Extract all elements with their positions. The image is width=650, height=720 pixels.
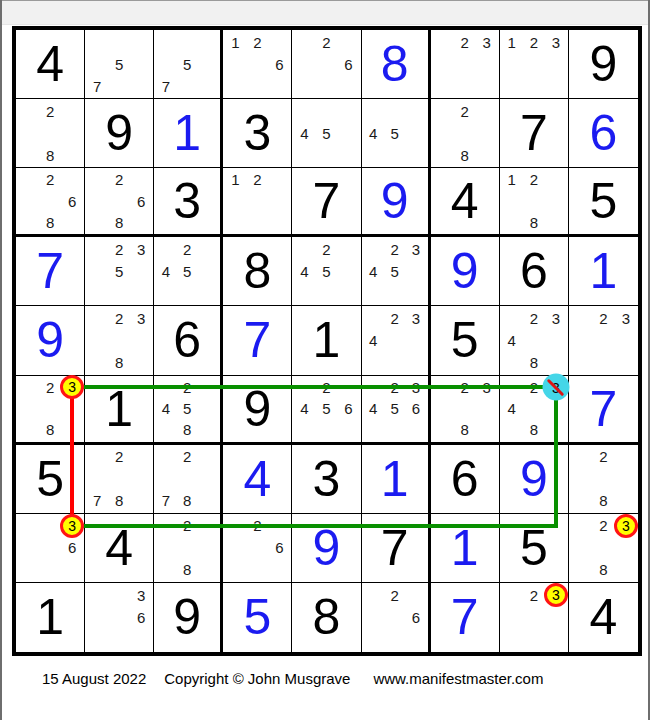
cell-r1c9[interactable]: 9: [569, 30, 638, 99]
pencil-marks: 12: [224, 169, 290, 233]
candidate-empty: [363, 307, 384, 329]
candidate-2: 2: [384, 238, 405, 260]
candidate-5: 5: [384, 122, 405, 144]
candidate-5: 5: [315, 398, 337, 419]
candidate-empty: [592, 329, 614, 351]
candidate-empty: [363, 419, 384, 440]
candidate-2: 2: [246, 515, 268, 537]
candidate-empty: [545, 169, 567, 190]
candidate-empty: [545, 75, 567, 97]
candidate-empty: [61, 559, 83, 581]
candidate-empty: [86, 584, 108, 606]
cell-r6c2[interactable]: 1: [85, 376, 154, 445]
candidate-empty: [61, 419, 83, 440]
cell-r7c8[interactable]: 9: [500, 445, 569, 514]
given-digit: 9: [173, 592, 201, 642]
candidate-2: 2: [246, 169, 268, 190]
cell-r5c7[interactable]: 5: [431, 306, 500, 375]
candidate-2: 2: [523, 31, 545, 53]
pencil-marks: 238: [86, 307, 152, 373]
candidate-2: 2: [523, 169, 545, 190]
pencil-marks: 57: [86, 31, 152, 97]
pencil-marks: 36: [17, 515, 83, 581]
candidate-empty: [108, 629, 130, 651]
candidate-empty: [130, 75, 152, 97]
candidate-6: 6: [130, 191, 152, 212]
candidate-empty: [363, 100, 384, 122]
candidate-empty: [476, 144, 498, 166]
cell-r4c4[interactable]: 8: [223, 237, 292, 306]
candidate-empty: [501, 191, 523, 212]
given-digit: 9: [590, 39, 618, 89]
candidate-empty: [224, 515, 246, 537]
candidate-empty: [405, 629, 426, 651]
cell-r9c5[interactable]: 8: [292, 583, 361, 652]
pencil-marks: 26: [363, 584, 427, 651]
candidate-empty: [246, 191, 268, 212]
cell-r9c1[interactable]: 1: [16, 583, 85, 652]
cell-r8c4[interactable]: 26: [223, 514, 292, 583]
candidate-5: 5: [315, 122, 337, 144]
cell-r5c2[interactable]: 238: [85, 306, 154, 375]
pencil-marks: 235: [86, 238, 152, 304]
cell-r7c5[interactable]: 3: [292, 445, 361, 514]
candidate-empty: [198, 419, 219, 440]
candidate-empty: [570, 559, 592, 581]
cell-r8c2[interactable]: 4: [85, 514, 154, 583]
cell-r5c8[interactable]: 2348: [500, 306, 569, 375]
candidate-2: 2: [108, 307, 130, 329]
cell-r6c4[interactable]: 9: [223, 376, 292, 445]
candidate-empty: [130, 282, 152, 304]
given-digit: 6: [520, 246, 548, 296]
candidate-2: 2: [177, 446, 198, 468]
cell-r5c3[interactable]: 6: [154, 306, 223, 375]
candidate-7: 7: [155, 490, 176, 512]
cell-r2c4[interactable]: 3: [223, 99, 292, 168]
given-digit: 4: [36, 39, 64, 89]
window-titlebar: [2, 0, 648, 25]
cell-r9c6[interactable]: 26: [362, 583, 431, 652]
candidate-empty: [476, 100, 498, 122]
candidate-empty: [198, 468, 219, 490]
candidate-6: 6: [61, 537, 83, 559]
candidate-6: 6: [405, 398, 426, 419]
pencil-marks: 45: [363, 100, 427, 166]
candidate-empty: [501, 629, 523, 651]
candidate-3: 3: [545, 31, 567, 53]
candidate-empty: [130, 352, 152, 374]
candidate-3: 3: [130, 307, 152, 329]
pencil-marks: 278: [86, 446, 152, 512]
cell-r6c5[interactable]: 2456: [292, 376, 361, 445]
cell-r9c7[interactable]: 7: [431, 583, 500, 652]
candidate-empty: [454, 122, 476, 144]
cell-r8c9[interactable]: 238: [569, 514, 638, 583]
cell-r6c9[interactable]: 7: [569, 376, 638, 445]
cell-r3c3[interactable]: 3: [154, 168, 223, 237]
candidate-empty: [155, 282, 176, 304]
candidate-empty: [363, 144, 384, 166]
cell-r7c9[interactable]: 28: [569, 445, 638, 514]
cell-r9c3[interactable]: 9: [154, 583, 223, 652]
candidate-empty: [61, 100, 83, 122]
cell-r7c3[interactable]: 278: [154, 445, 223, 514]
pencil-marks: 23456: [363, 377, 427, 441]
given-digit: 6: [173, 315, 201, 365]
cell-r1c6[interactable]: 8: [362, 30, 431, 99]
pencil-marks: 57: [155, 31, 219, 97]
candidate-8: 8: [177, 490, 198, 512]
cell-r6c8[interactable]: 2348: [500, 376, 569, 445]
cell-r5c6[interactable]: 234: [362, 306, 431, 375]
cell-r2c9[interactable]: 6: [569, 99, 638, 168]
cell-r2c8[interactable]: 7: [500, 99, 569, 168]
cell-r2c7[interactable]: 28: [431, 99, 500, 168]
cell-r3c1[interactable]: 268: [16, 168, 85, 237]
candidate-4: 4: [155, 260, 176, 282]
candidate-empty: [293, 31, 315, 53]
candidate-empty: [155, 468, 176, 490]
solved-digit: 1: [451, 523, 479, 573]
candidate-empty: [384, 629, 405, 651]
candidate-empty: [338, 100, 360, 122]
candidate-empty: [224, 212, 246, 233]
cell-r2c6[interactable]: 45: [362, 99, 431, 168]
candidate-empty: [405, 329, 426, 351]
candidate-empty: [405, 260, 426, 282]
candidate-empty: [363, 606, 384, 628]
given-digit: 3: [243, 108, 271, 158]
candidate-empty: [454, 53, 476, 75]
given-digit: 9: [105, 108, 133, 158]
candidate-empty: [198, 31, 219, 53]
cell-r4c9[interactable]: 1: [569, 237, 638, 306]
solved-digit: 7: [243, 315, 271, 365]
candidate-empty: [293, 238, 315, 260]
candidate-empty: [246, 53, 268, 75]
cell-r2c1[interactable]: 28: [16, 99, 85, 168]
cell-r1c7[interactable]: 23: [431, 30, 500, 99]
candidate-empty: [39, 122, 61, 144]
footer: 15 August 2022Copyright © John Musgravew…: [42, 670, 543, 687]
candidate-empty: [384, 606, 405, 628]
candidate-7: 7: [155, 75, 176, 97]
candidate-empty: [198, 515, 219, 537]
candidate-3: 3: [476, 31, 498, 53]
solved-digit: 4: [243, 454, 271, 504]
candidate-empty: [501, 606, 523, 628]
pencil-marks: 126: [224, 31, 290, 97]
candidate-empty: [615, 468, 637, 490]
candidate-empty: [315, 53, 337, 75]
cell-r1c4[interactable]: 126: [223, 30, 292, 99]
candidate-empty: [224, 75, 246, 97]
given-digit: 3: [173, 176, 201, 226]
candidate-empty: [224, 537, 246, 559]
candidate-empty: [86, 629, 108, 651]
candidate-empty: [615, 329, 637, 351]
candidate-empty: [155, 419, 176, 440]
cell-r1c5[interactable]: 26: [292, 30, 361, 99]
candidate-empty: [108, 191, 130, 212]
candidate-empty: [108, 282, 130, 304]
candidate-empty: [86, 352, 108, 374]
cell-r5c9[interactable]: 23: [569, 306, 638, 375]
given-digit: 5: [36, 454, 64, 504]
candidate-empty: [61, 122, 83, 144]
solved-digit: 8: [381, 39, 409, 89]
cell-r4c5[interactable]: 245: [292, 237, 361, 306]
candidate-3: 3: [130, 584, 152, 606]
cell-r1c3[interactable]: 57: [154, 30, 223, 99]
cell-r4c2[interactable]: 235: [85, 237, 154, 306]
given-digit: 3: [313, 454, 341, 504]
candidate-empty: [570, 468, 592, 490]
candidate-empty: [523, 398, 545, 419]
footer-website: www.manifestmaster.com: [373, 670, 543, 687]
candidate-4: 4: [293, 122, 315, 144]
candidate-empty: [224, 191, 246, 212]
candidate-empty: [39, 191, 61, 212]
candidate-4: 4: [363, 398, 384, 419]
candidate-4: 4: [293, 398, 315, 419]
candidate-2: 2: [384, 377, 405, 398]
cell-r8c5[interactable]: 9: [292, 514, 361, 583]
candidate-empty: [17, 169, 39, 190]
candidate-empty: [293, 419, 315, 440]
candidate-empty: [130, 212, 152, 233]
candidate-empty: [198, 398, 219, 419]
solved-digit: 9: [36, 315, 64, 365]
candidate-empty: [363, 352, 384, 374]
candidate-empty: [432, 144, 454, 166]
pencil-marks: 28: [432, 100, 498, 166]
candidate-empty: [315, 75, 337, 97]
candidate-empty: [570, 352, 592, 374]
cell-r8c7[interactable]: 1: [431, 514, 500, 583]
candidate-8: 8: [39, 212, 61, 233]
candidate-empty: [293, 282, 315, 304]
candidate-empty: [454, 398, 476, 419]
candidate-empty: [268, 515, 290, 537]
candidate-empty: [198, 75, 219, 97]
candidate-empty: [39, 515, 61, 537]
cell-r2c5[interactable]: 45: [292, 99, 361, 168]
candidate-empty: [432, 53, 454, 75]
candidate-empty: [86, 606, 108, 628]
candidate-empty: [570, 537, 592, 559]
candidate-empty: [86, 329, 108, 351]
candidate-4: 4: [293, 260, 315, 282]
candidate-empty: [293, 144, 315, 166]
cell-r9c8[interactable]: 23: [500, 583, 569, 652]
pencil-marks: 245: [293, 238, 359, 304]
cell-r6c3[interactable]: 2458: [154, 376, 223, 445]
candidate-4: 4: [155, 398, 176, 419]
candidate-2: 2: [177, 515, 198, 537]
candidate-empty: [315, 419, 337, 440]
sudoku-board-area: 4575712626823123928913454528762682683127…: [12, 26, 642, 656]
candidate-4: 4: [501, 329, 523, 351]
solved-digit: 5: [243, 592, 271, 642]
cell-r4c7[interactable]: 9: [431, 237, 500, 306]
candidate-1: 1: [224, 31, 246, 53]
candidate-4: 4: [363, 260, 384, 282]
cell-r3c2[interactable]: 268: [85, 168, 154, 237]
cell-r7c6[interactable]: 1: [362, 445, 431, 514]
candidate-empty: [432, 398, 454, 419]
candidate-2: 2: [108, 446, 130, 468]
candidate-empty: [130, 260, 152, 282]
cell-r3c6[interactable]: 9: [362, 168, 431, 237]
cell-r4c8[interactable]: 6: [500, 237, 569, 306]
given-digit: 8: [243, 246, 271, 296]
cell-r4c6[interactable]: 2345: [362, 237, 431, 306]
cell-r6c1[interactable]: 238: [16, 376, 85, 445]
candidate-empty: [523, 53, 545, 75]
cell-r3c5[interactable]: 7: [292, 168, 361, 237]
candidate-empty: [268, 31, 290, 53]
candidate-empty: [338, 377, 360, 398]
candidate-empty: [570, 446, 592, 468]
pencil-marks: 26: [224, 515, 290, 581]
candidate-empty: [293, 53, 315, 75]
candidate-2: 2: [592, 515, 614, 537]
candidate-empty: [246, 537, 268, 559]
candidate-5: 5: [384, 398, 405, 419]
candidate-empty: [523, 629, 545, 651]
pencil-marks: 23: [570, 307, 637, 373]
cell-r3c7[interactable]: 4: [431, 168, 500, 237]
candidate-6: 6: [61, 191, 83, 212]
candidate-empty: [615, 490, 637, 512]
cell-r3c8[interactable]: 128: [500, 168, 569, 237]
cell-r5c1[interactable]: 9: [16, 306, 85, 375]
candidate-8: 8: [523, 419, 545, 440]
candidate-2: 2: [523, 377, 545, 398]
cell-r3c9[interactable]: 5: [569, 168, 638, 237]
candidate-8: 8: [454, 419, 476, 440]
candidate-5: 5: [177, 53, 198, 75]
candidate-empty: [268, 212, 290, 233]
pencil-marks: 26: [293, 31, 359, 97]
candidate-empty: [545, 53, 567, 75]
cell-r6c6[interactable]: 23456: [362, 376, 431, 445]
cell-r5c4[interactable]: 7: [223, 306, 292, 375]
candidate-empty: [86, 260, 108, 282]
candidate-3: 3: [130, 238, 152, 260]
candidate-empty: [338, 75, 360, 97]
candidate-empty: [130, 629, 152, 651]
candidate-4: 4: [501, 398, 523, 419]
cell-r7c2[interactable]: 278: [85, 445, 154, 514]
cell-r7c1[interactable]: 5: [16, 445, 85, 514]
candidate-empty: [224, 559, 246, 581]
candidate-empty: [86, 238, 108, 260]
cell-r2c3[interactable]: 1: [154, 99, 223, 168]
candidate-7: 7: [86, 75, 108, 97]
candidate-empty: [198, 490, 219, 512]
cell-r6c7[interactable]: 238: [431, 376, 500, 445]
cell-r4c1[interactable]: 7: [16, 237, 85, 306]
candidate-empty: [155, 377, 176, 398]
candidate-3: 3: [405, 238, 426, 260]
candidate-empty: [86, 212, 108, 233]
candidate-empty: [432, 419, 454, 440]
candidate-empty: [338, 238, 360, 260]
solved-digit: 9: [451, 246, 479, 296]
candidate-empty: [545, 629, 567, 651]
cell-r7c7[interactable]: 6: [431, 445, 500, 514]
cell-r1c8[interactable]: 123: [500, 30, 569, 99]
candidate-empty: [545, 606, 567, 628]
pencil-marks: 123: [501, 31, 567, 97]
candidate-empty: [268, 169, 290, 190]
cell-r9c9[interactable]: 4: [569, 583, 638, 652]
candidate-5: 5: [108, 53, 130, 75]
candidate-8: 8: [454, 144, 476, 166]
pencil-marks: 2458: [155, 377, 219, 441]
given-digit: 8: [313, 592, 341, 642]
pencil-marks: 268: [86, 169, 152, 233]
cell-r9c2[interactable]: 36: [85, 583, 154, 652]
candidate-empty: [384, 329, 405, 351]
candidate-empty: [405, 584, 426, 606]
candidate-empty: [155, 446, 176, 468]
candidate-empty: [177, 75, 198, 97]
candidate-empty: [61, 169, 83, 190]
given-digit: 5: [451, 315, 479, 365]
candidate-empty: [432, 122, 454, 144]
solved-digit: 7: [451, 592, 479, 642]
cell-r8c8[interactable]: 5: [500, 514, 569, 583]
candidate-4: 4: [363, 122, 384, 144]
candidate-empty: [246, 75, 268, 97]
cell-r5c5[interactable]: 1: [292, 306, 361, 375]
candidate-empty: [108, 31, 130, 53]
pencil-marks: 28: [155, 515, 219, 581]
cell-r2c2[interactable]: 9: [85, 99, 154, 168]
candidate-empty: [592, 537, 614, 559]
candidate-empty: [338, 260, 360, 282]
cell-r8c6[interactable]: 7: [362, 514, 431, 583]
candidate-empty: [405, 144, 426, 166]
given-digit: 6: [451, 454, 479, 504]
candidate-empty: [363, 377, 384, 398]
candidate-6: 6: [268, 53, 290, 75]
cell-r1c1[interactable]: 4: [16, 30, 85, 99]
candidate-empty: [432, 377, 454, 398]
cell-r7c4[interactable]: 4: [223, 445, 292, 514]
cell-r3c4[interactable]: 12: [223, 168, 292, 237]
candidate-2: 2: [315, 377, 337, 398]
candidate-empty: [363, 282, 384, 304]
given-digit: 1: [105, 384, 133, 434]
candidate-empty: [198, 282, 219, 304]
candidate-5: 5: [315, 260, 337, 282]
candidate-empty: [246, 559, 268, 581]
cell-r9c4[interactable]: 5: [223, 583, 292, 652]
candidate-3: 3: [545, 307, 567, 329]
cell-r1c2[interactable]: 57: [85, 30, 154, 99]
candidate-8: 8: [39, 419, 61, 440]
cell-r8c1[interactable]: 36: [16, 514, 85, 583]
candidate-empty: [338, 282, 360, 304]
cell-r4c3[interactable]: 245: [154, 237, 223, 306]
cell-r8c3[interactable]: 28: [154, 514, 223, 583]
candidate-empty: [268, 559, 290, 581]
